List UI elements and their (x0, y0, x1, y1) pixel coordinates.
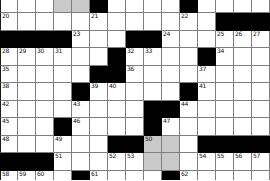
clue-number-47: 47 (163, 118, 170, 124)
clue-number-60: 60 (37, 171, 44, 177)
clue-number-23: 23 (73, 31, 80, 37)
cell-r1c9[interactable] (162, 13, 180, 31)
cell-r10c4-block (72, 171, 90, 181)
cell-r7c3-block (54, 118, 72, 136)
clue-number-54: 54 (199, 153, 206, 159)
cell-r1c2[interactable] (36, 13, 54, 31)
cell-r8c2[interactable] (36, 136, 54, 154)
cell-r7c8-block (144, 118, 162, 136)
cell-r9c14[interactable]: 57 (252, 153, 270, 171)
cell-r5c8[interactable] (144, 83, 162, 101)
cell-r4c0[interactable]: 35 (0, 66, 18, 84)
cell-r2c12[interactable]: 25 (216, 31, 234, 49)
cell-r2c1-block (18, 31, 36, 49)
cell-r2c7-block (126, 31, 144, 49)
cell-r6c1[interactable] (18, 101, 36, 119)
cell-r7c5[interactable] (90, 118, 108, 136)
clue-number-36: 36 (127, 66, 134, 72)
cell-r0c1[interactable] (18, 0, 36, 13)
clue-number-46: 46 (73, 118, 80, 124)
clue-number-59: 59 (19, 171, 26, 177)
cell-r8c3[interactable]: 49 (54, 136, 72, 154)
cell-r9c0-block (0, 153, 18, 171)
cell-r4c9[interactable] (162, 66, 180, 84)
cell-r0c6[interactable] (108, 0, 126, 13)
cell-r6c14[interactable] (252, 101, 270, 119)
cell-r3c3[interactable]: 31 (54, 48, 72, 66)
cell-r1c8[interactable] (144, 13, 162, 31)
cell-r0c13[interactable] (234, 0, 252, 13)
cell-r10c11[interactable] (198, 171, 216, 181)
cell-r2c14[interactable]: 27 (252, 31, 270, 49)
cell-r2c8-block (144, 31, 162, 49)
clue-number-50: 50 (145, 136, 152, 142)
cell-r4c11[interactable]: 37 (198, 66, 216, 84)
cell-r1c10[interactable]: 22 (180, 13, 198, 31)
cell-r5c13[interactable] (234, 83, 252, 101)
cell-r5c2[interactable] (36, 83, 54, 101)
cell-r0c12[interactable] (216, 0, 234, 13)
cell-r7c6[interactable] (108, 118, 126, 136)
clue-number-48: 48 (2, 136, 9, 142)
cell-r1c13-block (234, 13, 252, 31)
cell-r10c8[interactable] (144, 171, 162, 181)
cell-r6c2[interactable] (36, 101, 54, 119)
cell-r8c13-block (234, 136, 252, 154)
cell-r7c1[interactable] (18, 118, 36, 136)
cell-r10c2[interactable]: 60 (36, 171, 54, 181)
cell-r9c10[interactable] (180, 153, 198, 171)
cell-r4c13[interactable] (234, 66, 252, 84)
clue-number-49: 49 (55, 136, 62, 142)
cell-r2c3-block (54, 31, 72, 49)
cell-r9c3[interactable]: 51 (54, 153, 72, 171)
cell-r3c10[interactable] (180, 48, 198, 66)
cell-r7c9[interactable]: 47 (162, 118, 180, 136)
clue-number-58: 58 (2, 171, 9, 177)
cell-r0c7[interactable] (126, 0, 144, 13)
cell-r8c0[interactable]: 48 (0, 136, 18, 154)
cell-r8c10[interactable] (180, 136, 198, 154)
cell-r0c14[interactable] (252, 0, 270, 13)
cell-r3c1[interactable]: 29 (18, 48, 36, 66)
cell-r8c6-block (108, 136, 126, 154)
cell-r3c2[interactable]: 30 (36, 48, 54, 66)
clue-number-41: 41 (199, 83, 206, 89)
cell-r8c12-block (216, 136, 234, 154)
cell-r10c9-block (162, 171, 180, 181)
clue-number-28: 28 (2, 48, 9, 54)
cell-r4c3[interactable] (54, 66, 72, 84)
clue-number-55: 55 (217, 153, 224, 159)
cell-r4c5-block (90, 66, 108, 84)
cell-r5c0[interactable]: 38 (0, 83, 18, 101)
cell-r3c6-block (108, 48, 126, 66)
cell-r5c4-block (72, 83, 90, 101)
clue-number-35: 35 (2, 66, 9, 72)
crossword-grid: 2021222324252627282930313233343536373839… (0, 0, 270, 180)
cell-r10c13[interactable] (234, 171, 252, 181)
cell-r4c7[interactable]: 36 (126, 66, 144, 84)
clue-number-38: 38 (2, 83, 9, 89)
clue-number-42: 42 (2, 101, 9, 107)
cell-r7c0[interactable]: 45 (0, 118, 18, 136)
cell-r5c5[interactable]: 39 (90, 83, 108, 101)
cell-r2c0-block (0, 31, 18, 49)
clue-number-56: 56 (235, 153, 242, 159)
cell-r7c7[interactable] (126, 118, 144, 136)
cell-r6c0[interactable]: 42 (0, 101, 18, 119)
cell-r1c6[interactable] (108, 13, 126, 31)
cell-r0c3[interactable] (54, 0, 72, 13)
cell-r6c10[interactable]: 44 (180, 101, 198, 119)
cell-r8c5[interactable] (90, 136, 108, 154)
cell-r8c1[interactable] (18, 136, 36, 154)
cell-r9c13[interactable]: 56 (234, 153, 252, 171)
cell-r2c9[interactable]: 24 (162, 31, 180, 49)
clue-number-44: 44 (181, 101, 188, 107)
cell-r9c8[interactable] (144, 153, 162, 171)
cell-r9c5[interactable] (90, 153, 108, 171)
cell-r4c4[interactable] (72, 66, 90, 84)
clue-number-34: 34 (217, 48, 224, 54)
cell-r4c12[interactable] (216, 66, 234, 84)
cell-r9c9[interactable] (162, 153, 180, 171)
cell-r8c9[interactable] (162, 136, 180, 154)
clue-number-24: 24 (163, 31, 170, 37)
cell-r5c12[interactable] (216, 83, 234, 101)
clue-number-51: 51 (55, 153, 62, 159)
cell-r1c0[interactable]: 20 (0, 13, 18, 31)
cell-r10c0[interactable]: 58 (0, 171, 18, 181)
cell-r3c5[interactable] (90, 48, 108, 66)
cell-r7c11[interactable] (198, 118, 216, 136)
cell-r2c5[interactable] (90, 31, 108, 49)
cell-r8c11-block (198, 136, 216, 154)
clue-number-37: 37 (199, 66, 206, 72)
cell-r3c9[interactable] (162, 48, 180, 66)
clue-number-52: 52 (109, 153, 116, 159)
cell-r2c13[interactable]: 26 (234, 31, 252, 49)
cell-r9c6[interactable]: 52 (108, 153, 126, 171)
clue-number-31: 31 (55, 48, 62, 54)
cell-r7c13[interactable] (234, 118, 252, 136)
cell-r3c14[interactable] (252, 48, 270, 66)
cell-r5c11[interactable]: 41 (198, 83, 216, 101)
clue-number-26: 26 (235, 31, 242, 37)
cell-r8c14-block (252, 136, 270, 154)
cell-r6c9-block (162, 101, 180, 119)
cell-r2c11[interactable] (198, 31, 216, 49)
clue-number-33: 33 (145, 48, 152, 54)
cell-r5c14[interactable] (252, 83, 270, 101)
cell-r4c14[interactable] (252, 66, 270, 84)
cell-r0c8[interactable] (144, 0, 162, 13)
cell-r3c4[interactable] (72, 48, 90, 66)
clue-number-53: 53 (127, 153, 134, 159)
cell-r3c13[interactable] (234, 48, 252, 66)
cell-r4c1[interactable] (18, 66, 36, 84)
clue-number-40: 40 (109, 83, 116, 89)
cell-r5c3[interactable] (54, 83, 72, 101)
clue-number-43: 43 (73, 101, 80, 107)
cell-r1c3[interactable] (54, 13, 72, 31)
clue-number-20: 20 (2, 13, 9, 19)
cell-r5c1[interactable] (18, 83, 36, 101)
cell-r10c3[interactable] (54, 171, 72, 181)
cell-r6c13[interactable] (234, 101, 252, 119)
cell-r1c14-block (252, 13, 270, 31)
cell-r6c4[interactable]: 43 (72, 101, 90, 119)
cell-r3c12[interactable]: 34 (216, 48, 234, 66)
cell-r9c4[interactable] (72, 153, 90, 171)
cell-r10c6[interactable] (108, 171, 126, 181)
cell-r3c7[interactable]: 32 (126, 48, 144, 66)
cell-r7c12[interactable] (216, 118, 234, 136)
cell-r8c8[interactable]: 50 (144, 136, 162, 154)
cell-r1c11[interactable] (198, 13, 216, 31)
cell-r6c5[interactable] (90, 101, 108, 119)
cell-r10c5[interactable]: 61 (90, 171, 108, 181)
cell-r8c4[interactable] (72, 136, 90, 154)
clue-number-32: 32 (127, 48, 134, 54)
cell-r6c7[interactable] (126, 101, 144, 119)
cell-r9c1-block (18, 153, 36, 171)
cell-r5c9[interactable] (162, 83, 180, 101)
cell-r2c6[interactable] (108, 31, 126, 49)
cell-r7c4[interactable]: 46 (72, 118, 90, 136)
cell-r9c11[interactable]: 54 (198, 153, 216, 171)
clue-number-57: 57 (253, 153, 260, 159)
cell-r1c7[interactable] (126, 13, 144, 31)
cell-r3c8[interactable]: 33 (144, 48, 162, 66)
cell-r2c10[interactable] (180, 31, 198, 49)
cell-r2c4[interactable]: 23 (72, 31, 90, 49)
clue-number-45: 45 (2, 118, 9, 124)
cell-r0c11[interactable] (198, 0, 216, 13)
cell-r1c12-block (216, 13, 234, 31)
cell-r5c7[interactable] (126, 83, 144, 101)
clue-number-27: 27 (253, 31, 260, 37)
cell-r10c12[interactable] (216, 171, 234, 181)
cell-r3c11-block (198, 48, 216, 66)
clue-number-30: 30 (37, 48, 44, 54)
cell-r9c7[interactable]: 53 (126, 153, 144, 171)
cell-r6c6[interactable] (108, 101, 126, 119)
cell-r6c8-block (144, 101, 162, 119)
clue-number-39: 39 (91, 83, 98, 89)
cell-r4c8[interactable] (144, 66, 162, 84)
cell-r10c7[interactable] (126, 171, 144, 181)
cell-r1c1[interactable] (18, 13, 36, 31)
cell-r8c7-block (126, 136, 144, 154)
cell-r0c2[interactable] (36, 0, 54, 13)
cell-r10c1[interactable]: 59 (18, 171, 36, 181)
cell-r9c2-block (36, 153, 54, 171)
clue-number-22: 22 (181, 13, 188, 19)
cell-r6c11[interactable] (198, 101, 216, 119)
crossword-screenshot: 2021222324252627282930313233343536373839… (0, 0, 270, 180)
clue-number-21: 21 (91, 13, 98, 19)
cell-r2c2-block (36, 31, 54, 49)
cell-r6c3[interactable] (54, 101, 72, 119)
cell-r9c12[interactable]: 55 (216, 153, 234, 171)
cell-r1c5[interactable]: 21 (90, 13, 108, 31)
cell-r5c6[interactable]: 40 (108, 83, 126, 101)
cell-r7c10[interactable] (180, 118, 198, 136)
cell-r1c4[interactable] (72, 13, 90, 31)
cell-r10c14[interactable] (252, 171, 270, 181)
clue-number-29: 29 (19, 48, 26, 54)
clue-number-25: 25 (217, 31, 224, 37)
cell-r5c10-block (180, 83, 198, 101)
cell-r7c14[interactable] (252, 118, 270, 136)
cell-r4c2[interactable] (36, 66, 54, 84)
cell-r4c6-block (108, 66, 126, 84)
cell-r4c10[interactable] (180, 66, 198, 84)
cell-r0c4[interactable] (72, 0, 90, 13)
clue-number-62: 62 (181, 171, 188, 177)
cell-r0c9[interactable] (162, 0, 180, 13)
clue-number-61: 61 (91, 171, 98, 177)
cell-r6c12[interactable] (216, 101, 234, 119)
cell-r7c2[interactable] (36, 118, 54, 136)
cell-r3c0[interactable]: 28 (0, 48, 18, 66)
cell-r10c10[interactable]: 62 (180, 171, 198, 181)
